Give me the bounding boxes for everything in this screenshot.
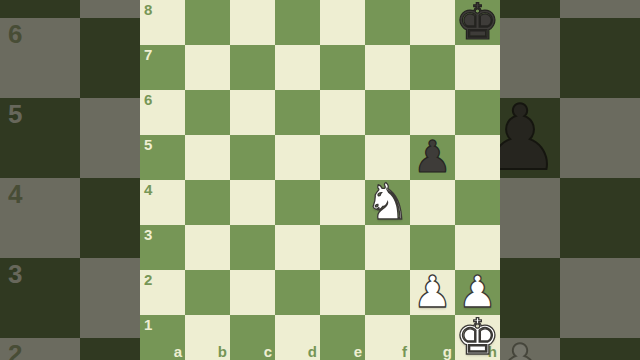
square-e6	[320, 90, 365, 135]
square-b6	[185, 90, 230, 135]
square-e5	[320, 135, 365, 180]
square-a7: 7	[140, 45, 185, 90]
square-h4	[455, 180, 500, 225]
square-c4	[230, 180, 275, 225]
square-a3: 3	[140, 225, 185, 270]
file-label-g: g	[443, 344, 452, 359]
background-square: 6	[0, 18, 80, 98]
rank-label-5: 5	[144, 137, 152, 152]
rank-label-4: 4	[144, 182, 152, 197]
background-square	[560, 18, 640, 98]
square-f7	[365, 45, 410, 90]
background-rank-label-6: 6	[8, 21, 22, 47]
square-h6	[455, 90, 500, 135]
square-a5: 5	[140, 135, 185, 180]
square-d7	[275, 45, 320, 90]
square-d1: d	[275, 315, 320, 360]
file-label-b: b	[218, 344, 227, 359]
square-a4: 4	[140, 180, 185, 225]
file-label-a: a	[174, 344, 182, 359]
background-square: 5	[0, 98, 80, 178]
background-square	[560, 98, 640, 178]
square-f8	[365, 0, 410, 45]
square-c6	[230, 90, 275, 135]
white-knight-f4: ♞	[365, 177, 410, 227]
square-a1: 1a	[140, 315, 185, 360]
square-b7	[185, 45, 230, 90]
file-label-d: d	[308, 344, 317, 359]
white-king-h1: ♚	[455, 312, 500, 360]
square-c2	[230, 270, 275, 315]
square-f4: ♞	[365, 180, 410, 225]
square-e2	[320, 270, 365, 315]
rank-label-8: 8	[144, 2, 152, 17]
square-d2	[275, 270, 320, 315]
background-square: 3	[0, 258, 80, 338]
square-c1: c	[230, 315, 275, 360]
square-e7	[320, 45, 365, 90]
square-a8: 8	[140, 0, 185, 45]
square-d5	[275, 135, 320, 180]
background-square	[560, 0, 640, 18]
rank-label-1: 1	[144, 317, 152, 332]
square-c7	[230, 45, 275, 90]
square-g5: ♟	[410, 135, 455, 180]
background-square	[560, 178, 640, 258]
rank-label-7: 7	[144, 47, 152, 62]
square-h3	[455, 225, 500, 270]
background-square	[560, 338, 640, 360]
square-b4	[185, 180, 230, 225]
background-square	[560, 258, 640, 338]
file-label-e: e	[354, 344, 362, 359]
file-label-c: c	[264, 344, 272, 359]
square-c3	[230, 225, 275, 270]
white-pawn-g2: ♟	[413, 270, 452, 314]
square-b2	[185, 270, 230, 315]
square-f6	[365, 90, 410, 135]
square-g4	[410, 180, 455, 225]
square-d3	[275, 225, 320, 270]
square-h8: ♚	[455, 0, 500, 45]
square-b5	[185, 135, 230, 180]
square-e4	[320, 180, 365, 225]
black-king-h8: ♚	[455, 0, 500, 47]
square-a2: 2	[140, 270, 185, 315]
square-f1: f	[365, 315, 410, 360]
square-f2	[365, 270, 410, 315]
square-a6: 6	[140, 90, 185, 135]
background-square: 4	[0, 178, 80, 258]
background-rank-label-3: 3	[8, 261, 22, 287]
square-d6	[275, 90, 320, 135]
square-d4	[275, 180, 320, 225]
black-pawn-g5: ♟	[413, 135, 452, 179]
square-g7	[410, 45, 455, 90]
square-b3	[185, 225, 230, 270]
square-g8	[410, 0, 455, 45]
square-g6	[410, 90, 455, 135]
file-label-f: f	[402, 344, 407, 359]
square-h5	[455, 135, 500, 180]
square-e1: e	[320, 315, 365, 360]
background-rank-label-4: 4	[8, 181, 22, 207]
square-g1: g	[410, 315, 455, 360]
video-frame: 65♟432♟ 8♚765♟4♞32♟♟1abcdefgh♚	[0, 0, 640, 360]
rank-label-2: 2	[144, 272, 152, 287]
square-h1: h♚	[455, 315, 500, 360]
square-b1: b	[185, 315, 230, 360]
background-square: 2	[0, 338, 80, 360]
square-e3	[320, 225, 365, 270]
square-h7	[455, 45, 500, 90]
background-rank-label-2: 2	[8, 341, 22, 360]
square-e8	[320, 0, 365, 45]
square-c8	[230, 0, 275, 45]
square-d8	[275, 0, 320, 45]
square-g2: ♟	[410, 270, 455, 315]
rank-label-6: 6	[144, 92, 152, 107]
square-f3	[365, 225, 410, 270]
square-c5	[230, 135, 275, 180]
square-b8	[185, 0, 230, 45]
chess-board: 8♚765♟4♞32♟♟1abcdefgh♚	[140, 0, 500, 360]
square-g3	[410, 225, 455, 270]
background-square	[0, 0, 80, 18]
rank-label-3: 3	[144, 227, 152, 242]
background-rank-label-5: 5	[8, 101, 22, 127]
